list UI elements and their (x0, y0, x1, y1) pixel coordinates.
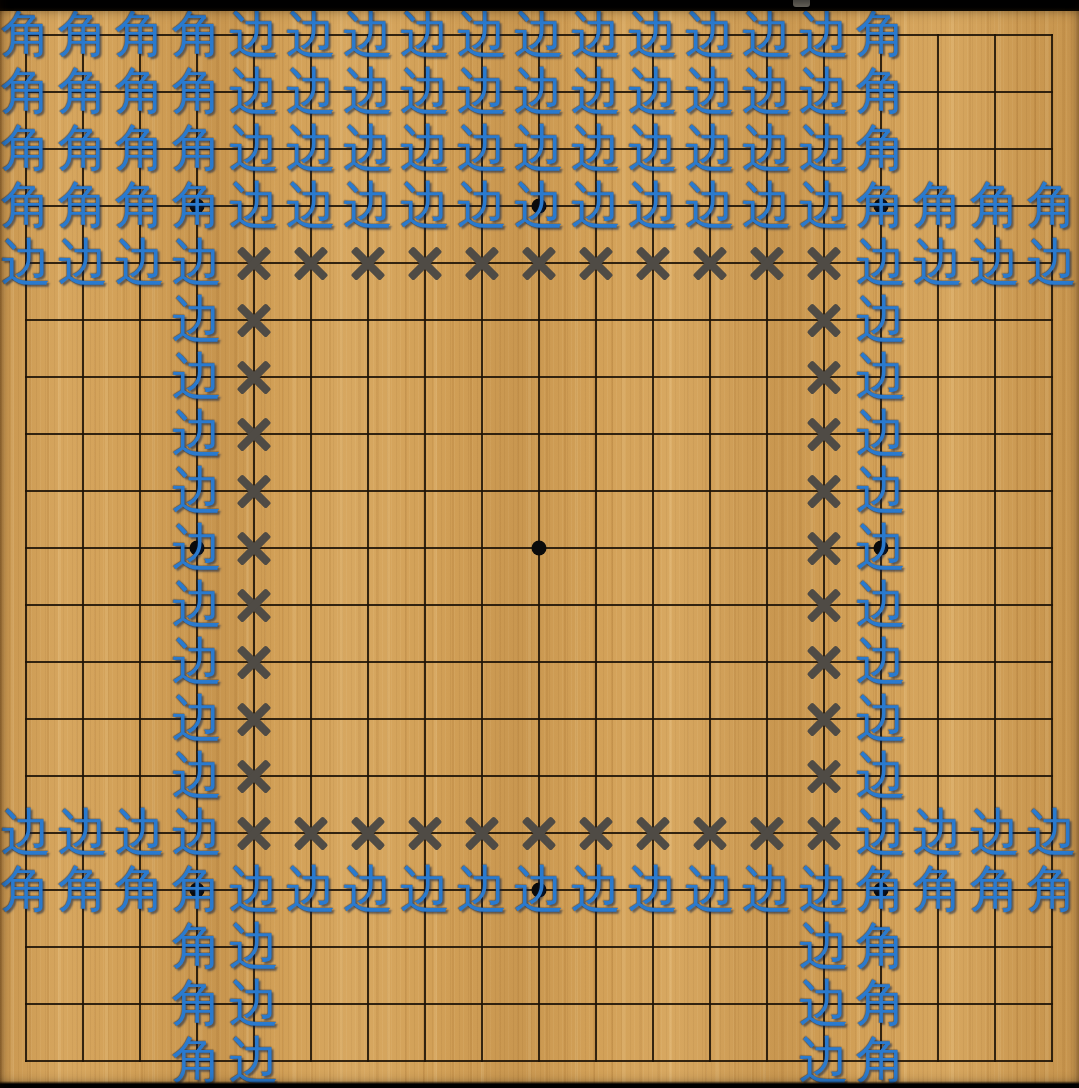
edge-label: 边 (856, 807, 906, 857)
edge-label: 边 (343, 9, 393, 59)
edge-label: 边 (229, 180, 279, 230)
edge-label: 边 (685, 66, 735, 116)
edge-label: 边 (856, 351, 906, 401)
edge-label: 边 (58, 237, 108, 287)
edge-label: 边 (229, 123, 279, 173)
x-mark (348, 813, 389, 854)
edge-label: 边 (115, 237, 165, 287)
x-mark (234, 300, 275, 341)
corner-label: 角 (1, 123, 51, 173)
x-mark (234, 813, 275, 854)
corner-label: 角 (58, 66, 108, 116)
edge-label: 边 (571, 9, 621, 59)
corner-label: 角 (172, 1035, 222, 1085)
corner-label: 角 (970, 864, 1020, 914)
edge-label: 边 (229, 921, 279, 971)
x-mark (234, 699, 275, 740)
corner-label: 角 (172, 66, 222, 116)
edge-label: 边 (685, 864, 735, 914)
x-mark (234, 414, 275, 455)
edge-label: 边 (457, 864, 507, 914)
edge-label: 边 (970, 237, 1020, 287)
edge-label: 边 (856, 636, 906, 686)
edge-label: 边 (229, 9, 279, 59)
x-mark (804, 357, 845, 398)
edge-label: 边 (286, 123, 336, 173)
corner-label: 角 (58, 864, 108, 914)
x-mark (804, 528, 845, 569)
edge-label: 边 (628, 180, 678, 230)
edge-label: 边 (172, 636, 222, 686)
corner-label: 角 (913, 864, 963, 914)
x-mark (804, 585, 845, 626)
edge-label: 边 (628, 9, 678, 59)
corner-label: 角 (58, 123, 108, 173)
edge-label: 边 (514, 864, 564, 914)
edge-label: 边 (856, 465, 906, 515)
edge-label: 边 (799, 66, 849, 116)
corner-label: 角 (115, 9, 165, 59)
x-mark (633, 813, 674, 854)
edge-label: 边 (856, 522, 906, 572)
edge-label: 边 (742, 9, 792, 59)
edge-label: 边 (1027, 807, 1077, 857)
x-mark (690, 243, 731, 284)
edge-label: 边 (400, 123, 450, 173)
edge-label: 边 (514, 180, 564, 230)
edge-label: 边 (913, 237, 963, 287)
corner-label: 角 (856, 9, 906, 59)
edge-label: 边 (856, 237, 906, 287)
corner-label: 角 (172, 921, 222, 971)
x-mark (462, 243, 503, 284)
edge-label: 边 (856, 408, 906, 458)
edge-label: 边 (286, 180, 336, 230)
edge-label: 边 (799, 978, 849, 1028)
edge-label: 边 (457, 9, 507, 59)
corner-label: 角 (970, 180, 1020, 230)
corner-label: 角 (1027, 180, 1077, 230)
edge-label: 边 (115, 807, 165, 857)
corner-label: 角 (172, 180, 222, 230)
corner-label: 角 (115, 180, 165, 230)
corner-label: 角 (172, 864, 222, 914)
x-mark (234, 471, 275, 512)
edge-label: 边 (172, 579, 222, 629)
edge-label: 边 (1, 237, 51, 287)
edge-label: 边 (1027, 237, 1077, 287)
edge-label: 边 (343, 66, 393, 116)
corner-label: 角 (1027, 864, 1077, 914)
edge-label: 边 (1, 807, 51, 857)
corner-label: 角 (115, 864, 165, 914)
edge-label: 边 (286, 864, 336, 914)
edge-label: 边 (514, 123, 564, 173)
x-mark (234, 243, 275, 284)
x-mark (804, 756, 845, 797)
x-mark (405, 813, 446, 854)
corner-label: 角 (172, 123, 222, 173)
edge-label: 边 (229, 864, 279, 914)
edge-label: 边 (172, 522, 222, 572)
edge-label: 边 (628, 66, 678, 116)
x-mark (576, 243, 617, 284)
edge-label: 边 (571, 864, 621, 914)
x-mark (291, 243, 332, 284)
corner-label: 角 (856, 123, 906, 173)
x-mark (519, 813, 560, 854)
edge-label: 边 (628, 123, 678, 173)
x-mark (804, 243, 845, 284)
corner-label: 角 (115, 66, 165, 116)
edge-label: 边 (970, 807, 1020, 857)
edge-label: 边 (685, 9, 735, 59)
corner-label: 角 (913, 180, 963, 230)
x-mark (234, 642, 275, 683)
edge-label: 边 (400, 180, 450, 230)
corner-label: 角 (115, 123, 165, 173)
x-mark (804, 699, 845, 740)
edge-label: 边 (229, 1035, 279, 1085)
region-annotations-layer: 角角角角边边边边边边边边边边边角角角角角边边边边边边边边边边边角角角角角边边边边… (0, 0, 1079, 1088)
edge-label: 边 (172, 408, 222, 458)
x-mark (234, 585, 275, 626)
edge-label: 边 (457, 66, 507, 116)
edge-label: 边 (571, 66, 621, 116)
x-mark (348, 243, 389, 284)
corner-label: 角 (856, 180, 906, 230)
edge-label: 边 (856, 693, 906, 743)
x-mark (747, 813, 788, 854)
edge-label: 边 (229, 66, 279, 116)
corner-label: 角 (172, 9, 222, 59)
x-mark (405, 243, 446, 284)
edge-label: 边 (913, 807, 963, 857)
x-mark (519, 243, 560, 284)
x-mark (576, 813, 617, 854)
corner-label: 角 (856, 66, 906, 116)
corner-label: 角 (856, 921, 906, 971)
edge-label: 边 (742, 123, 792, 173)
edge-label: 边 (286, 66, 336, 116)
edge-label: 边 (457, 180, 507, 230)
edge-label: 边 (628, 864, 678, 914)
corner-label: 角 (856, 864, 906, 914)
edge-label: 边 (571, 123, 621, 173)
edge-label: 边 (229, 978, 279, 1028)
edge-label: 边 (172, 351, 222, 401)
top-black-bar (0, 0, 1079, 11)
edge-label: 边 (799, 921, 849, 971)
x-mark (633, 243, 674, 284)
edge-label: 边 (172, 693, 222, 743)
x-mark (234, 528, 275, 569)
edge-label: 边 (172, 465, 222, 515)
edge-label: 边 (571, 180, 621, 230)
edge-label: 边 (799, 180, 849, 230)
edge-label: 边 (685, 180, 735, 230)
edge-label: 边 (343, 123, 393, 173)
edge-label: 边 (286, 9, 336, 59)
edge-label: 边 (856, 579, 906, 629)
edge-label: 边 (514, 66, 564, 116)
edge-label: 边 (799, 1035, 849, 1085)
x-mark (747, 243, 788, 284)
edge-label: 边 (799, 864, 849, 914)
x-mark (804, 813, 845, 854)
edge-label: 边 (400, 9, 450, 59)
corner-label: 角 (1, 864, 51, 914)
go-teaching-board: 角角角角边边边边边边边边边边边角角角角角边边边边边边边边边边边角角角角角边边边边… (0, 0, 1079, 1088)
x-mark (462, 813, 503, 854)
bottom-black-bar (0, 1081, 1079, 1088)
corner-label: 角 (856, 978, 906, 1028)
edge-label: 边 (742, 180, 792, 230)
edge-label: 边 (856, 750, 906, 800)
edge-label: 边 (400, 864, 450, 914)
edge-label: 边 (742, 864, 792, 914)
x-mark (804, 642, 845, 683)
x-mark (804, 300, 845, 341)
corner-label: 角 (856, 1035, 906, 1085)
corner-label: 角 (172, 978, 222, 1028)
titlebar-notch (793, 0, 810, 7)
edge-label: 边 (343, 180, 393, 230)
edge-label: 边 (343, 864, 393, 914)
corner-label: 角 (58, 180, 108, 230)
edge-label: 边 (457, 123, 507, 173)
corner-label: 角 (1, 9, 51, 59)
x-mark (690, 813, 731, 854)
edge-label: 边 (799, 123, 849, 173)
edge-label: 边 (685, 123, 735, 173)
x-mark (804, 414, 845, 455)
corner-label: 角 (1, 66, 51, 116)
corner-label: 角 (58, 9, 108, 59)
x-mark (234, 756, 275, 797)
edge-label: 边 (799, 9, 849, 59)
edge-label: 边 (172, 237, 222, 287)
corner-label: 角 (1, 180, 51, 230)
edge-label: 边 (172, 294, 222, 344)
x-mark (804, 471, 845, 512)
edge-label: 边 (514, 9, 564, 59)
edge-label: 边 (742, 66, 792, 116)
edge-label: 边 (58, 807, 108, 857)
x-mark (291, 813, 332, 854)
edge-label: 边 (856, 294, 906, 344)
edge-label: 边 (172, 750, 222, 800)
edge-label: 边 (400, 66, 450, 116)
edge-label: 边 (172, 807, 222, 857)
x-mark (234, 357, 275, 398)
